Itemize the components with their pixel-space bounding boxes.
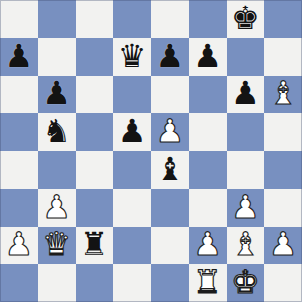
- square-b2[interactable]: ♛: [38, 227, 76, 265]
- square-e7[interactable]: ♟: [151, 38, 189, 76]
- square-c3[interactable]: [76, 189, 114, 227]
- square-b5[interactable]: ♞: [38, 113, 76, 151]
- square-b7[interactable]: [38, 38, 76, 76]
- black-pawn[interactable]: ♟: [156, 40, 185, 72]
- square-h8[interactable]: [264, 0, 302, 38]
- white-pawn[interactable]: ♟: [156, 115, 185, 147]
- square-c2[interactable]: ♜: [76, 227, 114, 265]
- square-b1[interactable]: [38, 264, 76, 302]
- square-e8[interactable]: [151, 0, 189, 38]
- square-b4[interactable]: [38, 151, 76, 189]
- square-h7[interactable]: [264, 38, 302, 76]
- square-a3[interactable]: [0, 189, 38, 227]
- square-g2[interactable]: ♝: [227, 227, 265, 265]
- square-h2[interactable]: ♟: [264, 227, 302, 265]
- black-pawn[interactable]: ♟: [42, 77, 71, 109]
- square-a5[interactable]: [0, 113, 38, 151]
- square-f6[interactable]: [189, 76, 227, 114]
- square-g6[interactable]: ♟: [227, 76, 265, 114]
- square-c1[interactable]: [76, 264, 114, 302]
- black-king[interactable]: ♚: [231, 2, 260, 34]
- square-c6[interactable]: [76, 76, 114, 114]
- square-e4[interactable]: ♝: [151, 151, 189, 189]
- square-d4[interactable]: [113, 151, 151, 189]
- square-d5[interactable]: ♟: [113, 113, 151, 151]
- square-a7[interactable]: ♟: [0, 38, 38, 76]
- white-king[interactable]: ♚: [231, 266, 260, 298]
- square-f5[interactable]: [189, 113, 227, 151]
- square-e5[interactable]: ♟: [151, 113, 189, 151]
- square-a8[interactable]: [0, 0, 38, 38]
- square-d7[interactable]: ♛: [113, 38, 151, 76]
- chess-board: ♚♟♛♟♟♟♟♝♞♟♟♝♟♟♟♛♜♟♝♟♜♚: [0, 0, 302, 302]
- black-knight[interactable]: ♞: [42, 115, 71, 147]
- white-pawn[interactable]: ♟: [193, 228, 222, 260]
- square-e1[interactable]: [151, 264, 189, 302]
- square-d3[interactable]: [113, 189, 151, 227]
- black-pawn[interactable]: ♟: [5, 40, 34, 72]
- square-f3[interactable]: [189, 189, 227, 227]
- square-f1[interactable]: ♜: [189, 264, 227, 302]
- white-pawn[interactable]: ♟: [269, 228, 298, 260]
- square-d1[interactable]: [113, 264, 151, 302]
- square-e2[interactable]: [151, 227, 189, 265]
- square-c7[interactable]: [76, 38, 114, 76]
- white-queen[interactable]: ♛: [42, 228, 71, 260]
- square-h6[interactable]: ♝: [264, 76, 302, 114]
- square-a1[interactable]: [0, 264, 38, 302]
- black-rook[interactable]: ♜: [80, 228, 109, 260]
- square-g7[interactable]: [227, 38, 265, 76]
- black-pawn[interactable]: ♟: [231, 77, 260, 109]
- black-queen[interactable]: ♛: [118, 40, 147, 72]
- white-bishop[interactable]: ♝: [269, 77, 298, 109]
- white-rook[interactable]: ♜: [193, 266, 222, 298]
- square-h4[interactable]: [264, 151, 302, 189]
- square-d6[interactable]: [113, 76, 151, 114]
- square-a6[interactable]: [0, 76, 38, 114]
- square-e3[interactable]: [151, 189, 189, 227]
- square-g4[interactable]: [227, 151, 265, 189]
- square-h5[interactable]: [264, 113, 302, 151]
- square-c4[interactable]: [76, 151, 114, 189]
- square-d8[interactable]: [113, 0, 151, 38]
- square-g5[interactable]: [227, 113, 265, 151]
- square-h3[interactable]: [264, 189, 302, 227]
- square-b6[interactable]: ♟: [38, 76, 76, 114]
- square-f2[interactable]: ♟: [189, 227, 227, 265]
- square-a4[interactable]: [0, 151, 38, 189]
- square-c8[interactable]: [76, 0, 114, 38]
- square-b3[interactable]: ♟: [38, 189, 76, 227]
- white-pawn[interactable]: ♟: [231, 191, 260, 223]
- white-pawn[interactable]: ♟: [5, 228, 34, 260]
- square-b8[interactable]: [38, 0, 76, 38]
- white-bishop[interactable]: ♝: [231, 228, 260, 260]
- square-g8[interactable]: ♚: [227, 0, 265, 38]
- square-f7[interactable]: ♟: [189, 38, 227, 76]
- square-g1[interactable]: ♚: [227, 264, 265, 302]
- square-e6[interactable]: [151, 76, 189, 114]
- square-a2[interactable]: ♟: [0, 227, 38, 265]
- square-f8[interactable]: [189, 0, 227, 38]
- square-c5[interactable]: [76, 113, 114, 151]
- square-f4[interactable]: [189, 151, 227, 189]
- black-bishop[interactable]: ♝: [156, 153, 185, 185]
- black-pawn[interactable]: ♟: [118, 115, 147, 147]
- white-pawn[interactable]: ♟: [42, 191, 71, 223]
- square-h1[interactable]: [264, 264, 302, 302]
- square-g3[interactable]: ♟: [227, 189, 265, 227]
- black-pawn[interactable]: ♟: [193, 40, 222, 72]
- square-d2[interactable]: [113, 227, 151, 265]
